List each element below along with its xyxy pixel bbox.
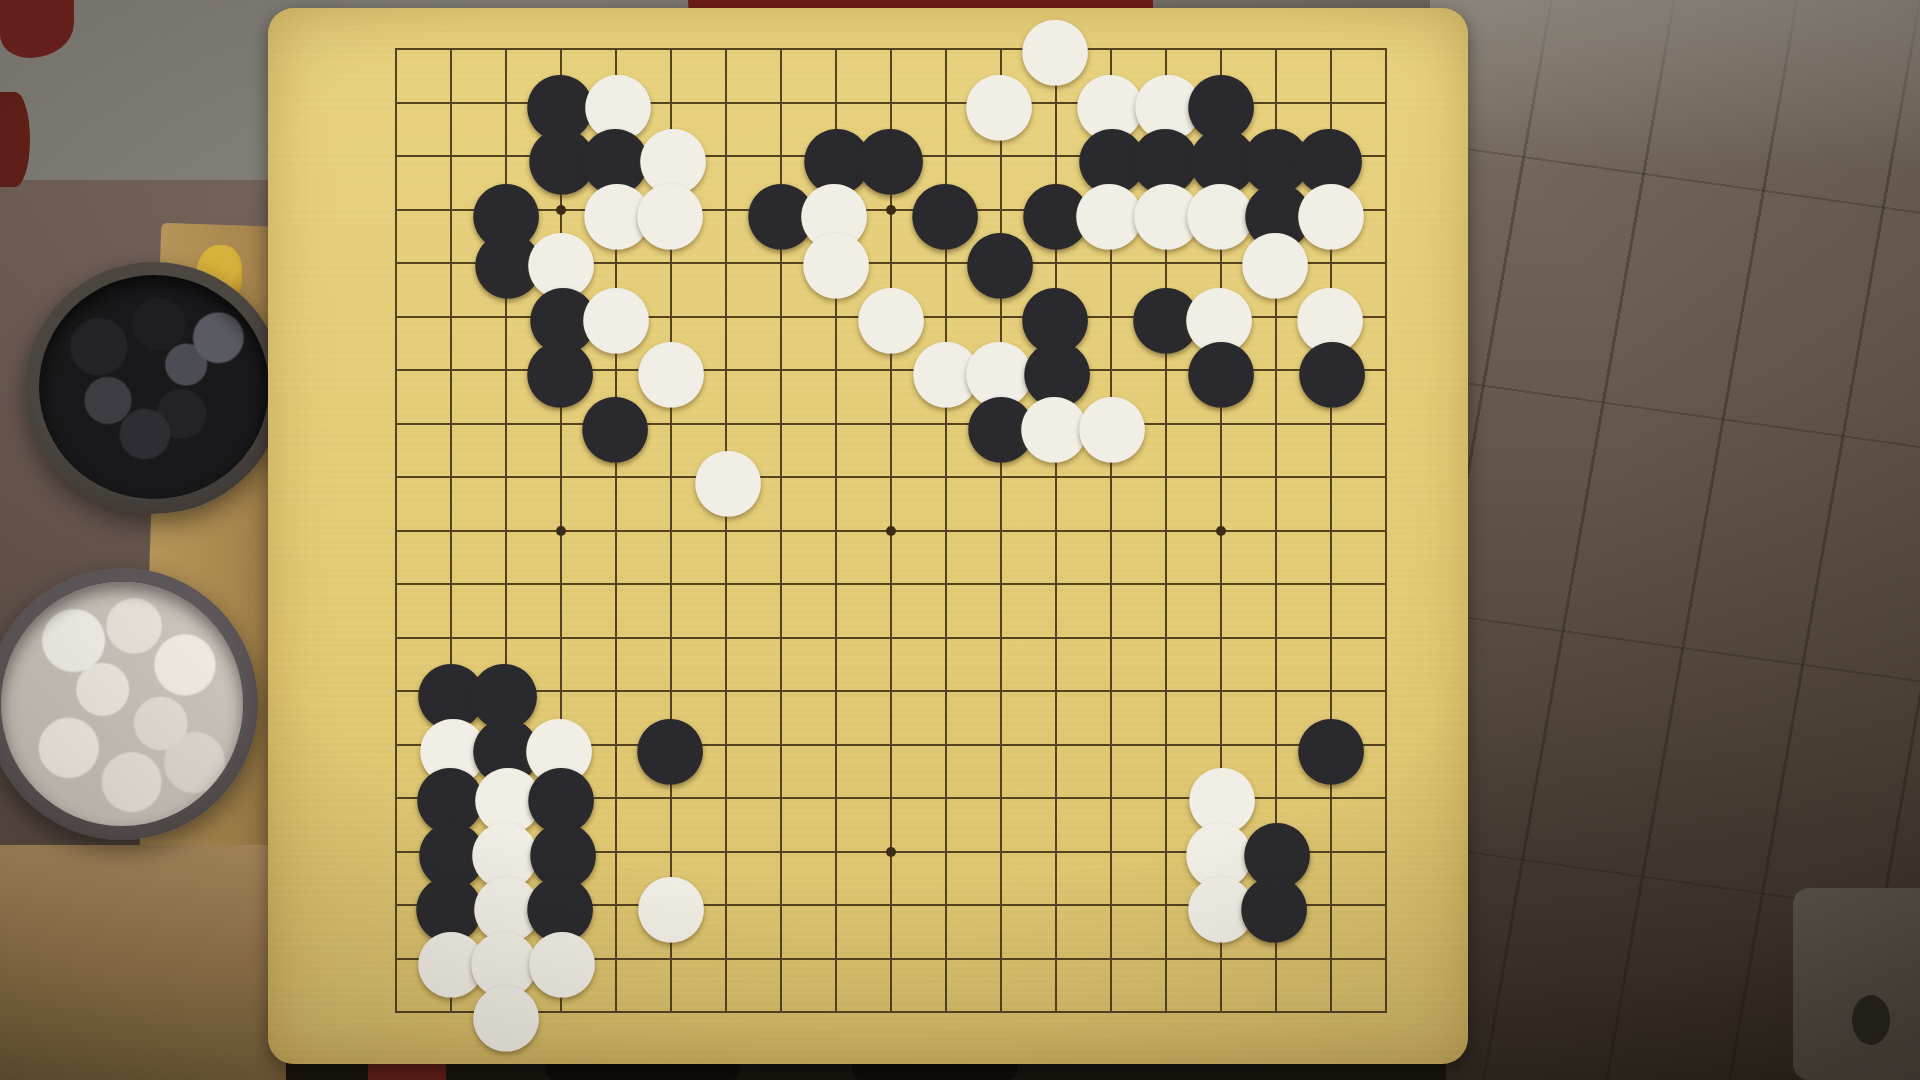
star-point (886, 526, 896, 536)
star-point (1216, 526, 1226, 536)
black-stone[interactable]: ● (632, 701, 707, 787)
white-bowl-stones (1, 582, 243, 826)
black-stone[interactable]: ● (1294, 324, 1369, 410)
mat-hole (1852, 995, 1890, 1045)
floor-mat (1793, 888, 1920, 1080)
white-stone[interactable]: ● (632, 166, 707, 252)
black-stone[interactable]: ● (1183, 324, 1258, 410)
board-grid[interactable]: ●●●●●●●●●●●●●●●●●●●●●●●●●●●●●●●●●●●●●●●●… (395, 48, 1387, 1013)
black-stone[interactable]: ● (577, 379, 652, 465)
star-point (886, 847, 896, 857)
star-point (556, 526, 566, 536)
white-stone[interactable]: ● (633, 859, 708, 945)
black-stone[interactable]: ● (1293, 701, 1368, 787)
white-stone[interactable]: ● (690, 433, 765, 519)
black-bowl-stones (39, 275, 269, 499)
white-stone[interactable]: ● (1074, 379, 1149, 465)
star-point (886, 205, 896, 215)
white-stone[interactable]: ● (961, 57, 1036, 143)
go-board[interactable]: ●●●●●●●●●●●●●●●●●●●●●●●●●●●●●●●●●●●●●●●●… (268, 8, 1468, 1064)
wall-top-right (1430, 0, 1920, 170)
black-stone-bowl[interactable] (25, 262, 283, 514)
red-cloth-left (0, 92, 30, 187)
white-stone[interactable]: ● (468, 968, 543, 1054)
black-stone[interactable]: ● (1236, 859, 1311, 945)
